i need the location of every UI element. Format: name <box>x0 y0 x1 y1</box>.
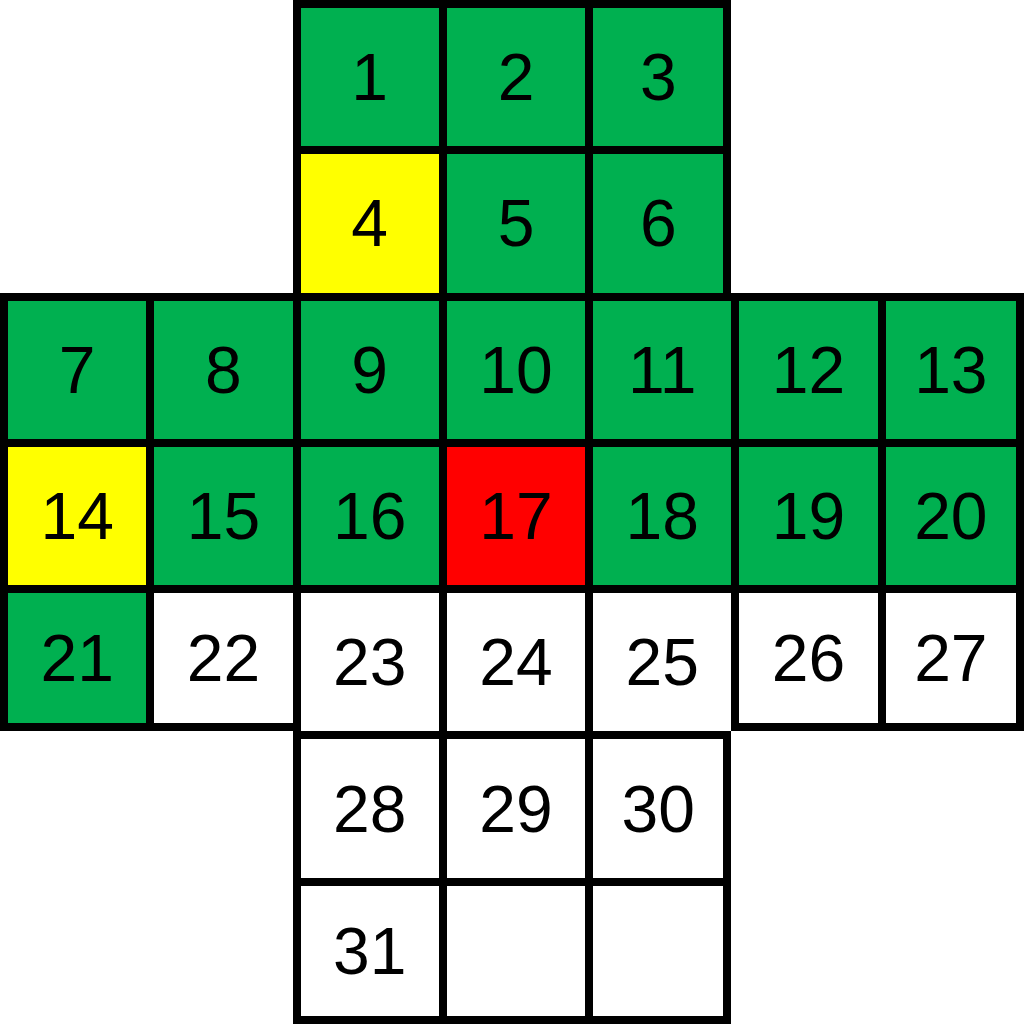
cell-empty-r7c5[interactable] <box>585 878 731 1024</box>
cell-number: 4 <box>351 190 388 256</box>
cell-14[interactable]: 14 <box>0 439 146 585</box>
cell-6[interactable]: 6 <box>585 146 731 292</box>
cell-21[interactable]: 21 <box>0 585 146 731</box>
cell-29[interactable]: 29 <box>439 731 585 877</box>
board: 1234567891011121314151617181920212223242… <box>0 0 1024 1024</box>
cell-31[interactable]: 31 <box>293 878 439 1024</box>
cell-number: 15 <box>187 483 260 549</box>
cell-1[interactable]: 1 <box>293 0 439 146</box>
cell-18[interactable]: 18 <box>585 439 731 585</box>
cell-number: 9 <box>351 337 388 403</box>
cell-4[interactable]: 4 <box>293 146 439 292</box>
cell-20[interactable]: 20 <box>878 439 1024 585</box>
cell-number: 30 <box>622 776 695 842</box>
cell-28[interactable]: 28 <box>293 731 439 877</box>
cell-number: 13 <box>914 337 987 403</box>
cell-12[interactable]: 12 <box>731 293 877 439</box>
cell-number: 2 <box>498 44 535 110</box>
cell-16[interactable]: 16 <box>293 439 439 585</box>
cell-number: 27 <box>914 625 987 691</box>
cell-number: 22 <box>187 625 260 691</box>
cell-number: 7 <box>59 337 96 403</box>
cell-27[interactable]: 27 <box>878 585 1024 731</box>
cell-13[interactable]: 13 <box>878 293 1024 439</box>
cell-number: 17 <box>479 483 552 549</box>
cell-30[interactable]: 30 <box>585 731 731 877</box>
cell-17[interactable]: 17 <box>439 439 585 585</box>
cell-number: 12 <box>772 337 845 403</box>
cell-number: 21 <box>40 625 113 691</box>
cell-number: 5 <box>498 190 535 256</box>
cell-number: 24 <box>479 629 552 695</box>
cell-number: 23 <box>333 629 406 695</box>
cell-number: 26 <box>772 625 845 691</box>
cell-25[interactable]: 25 <box>585 585 731 731</box>
cell-number: 11 <box>628 337 697 403</box>
cell-3[interactable]: 3 <box>585 0 731 146</box>
cell-number: 31 <box>333 918 406 984</box>
cell-11[interactable]: 11 <box>585 293 731 439</box>
cell-number: 29 <box>479 776 552 842</box>
cell-number: 14 <box>40 483 113 549</box>
cell-number: 16 <box>333 483 406 549</box>
cell-23[interactable]: 23 <box>293 585 439 731</box>
cell-number: 6 <box>640 190 677 256</box>
cell-7[interactable]: 7 <box>0 293 146 439</box>
cell-5[interactable]: 5 <box>439 146 585 292</box>
cell-number: 3 <box>640 44 677 110</box>
cell-22[interactable]: 22 <box>146 585 292 731</box>
cell-number: 19 <box>772 483 845 549</box>
cell-8[interactable]: 8 <box>146 293 292 439</box>
cell-number: 1 <box>351 44 388 110</box>
cell-number: 28 <box>333 776 406 842</box>
cell-number: 25 <box>626 629 699 695</box>
cell-2[interactable]: 2 <box>439 0 585 146</box>
cell-9[interactable]: 9 <box>293 293 439 439</box>
cell-24[interactable]: 24 <box>439 585 585 731</box>
cell-empty-r7c4[interactable] <box>439 878 585 1024</box>
cell-number: 18 <box>626 483 699 549</box>
cell-number: 8 <box>205 337 242 403</box>
cell-15[interactable]: 15 <box>146 439 292 585</box>
cell-26[interactable]: 26 <box>731 585 877 731</box>
cell-10[interactable]: 10 <box>439 293 585 439</box>
cell-number: 20 <box>914 483 987 549</box>
cell-19[interactable]: 19 <box>731 439 877 585</box>
cell-number: 10 <box>479 337 552 403</box>
